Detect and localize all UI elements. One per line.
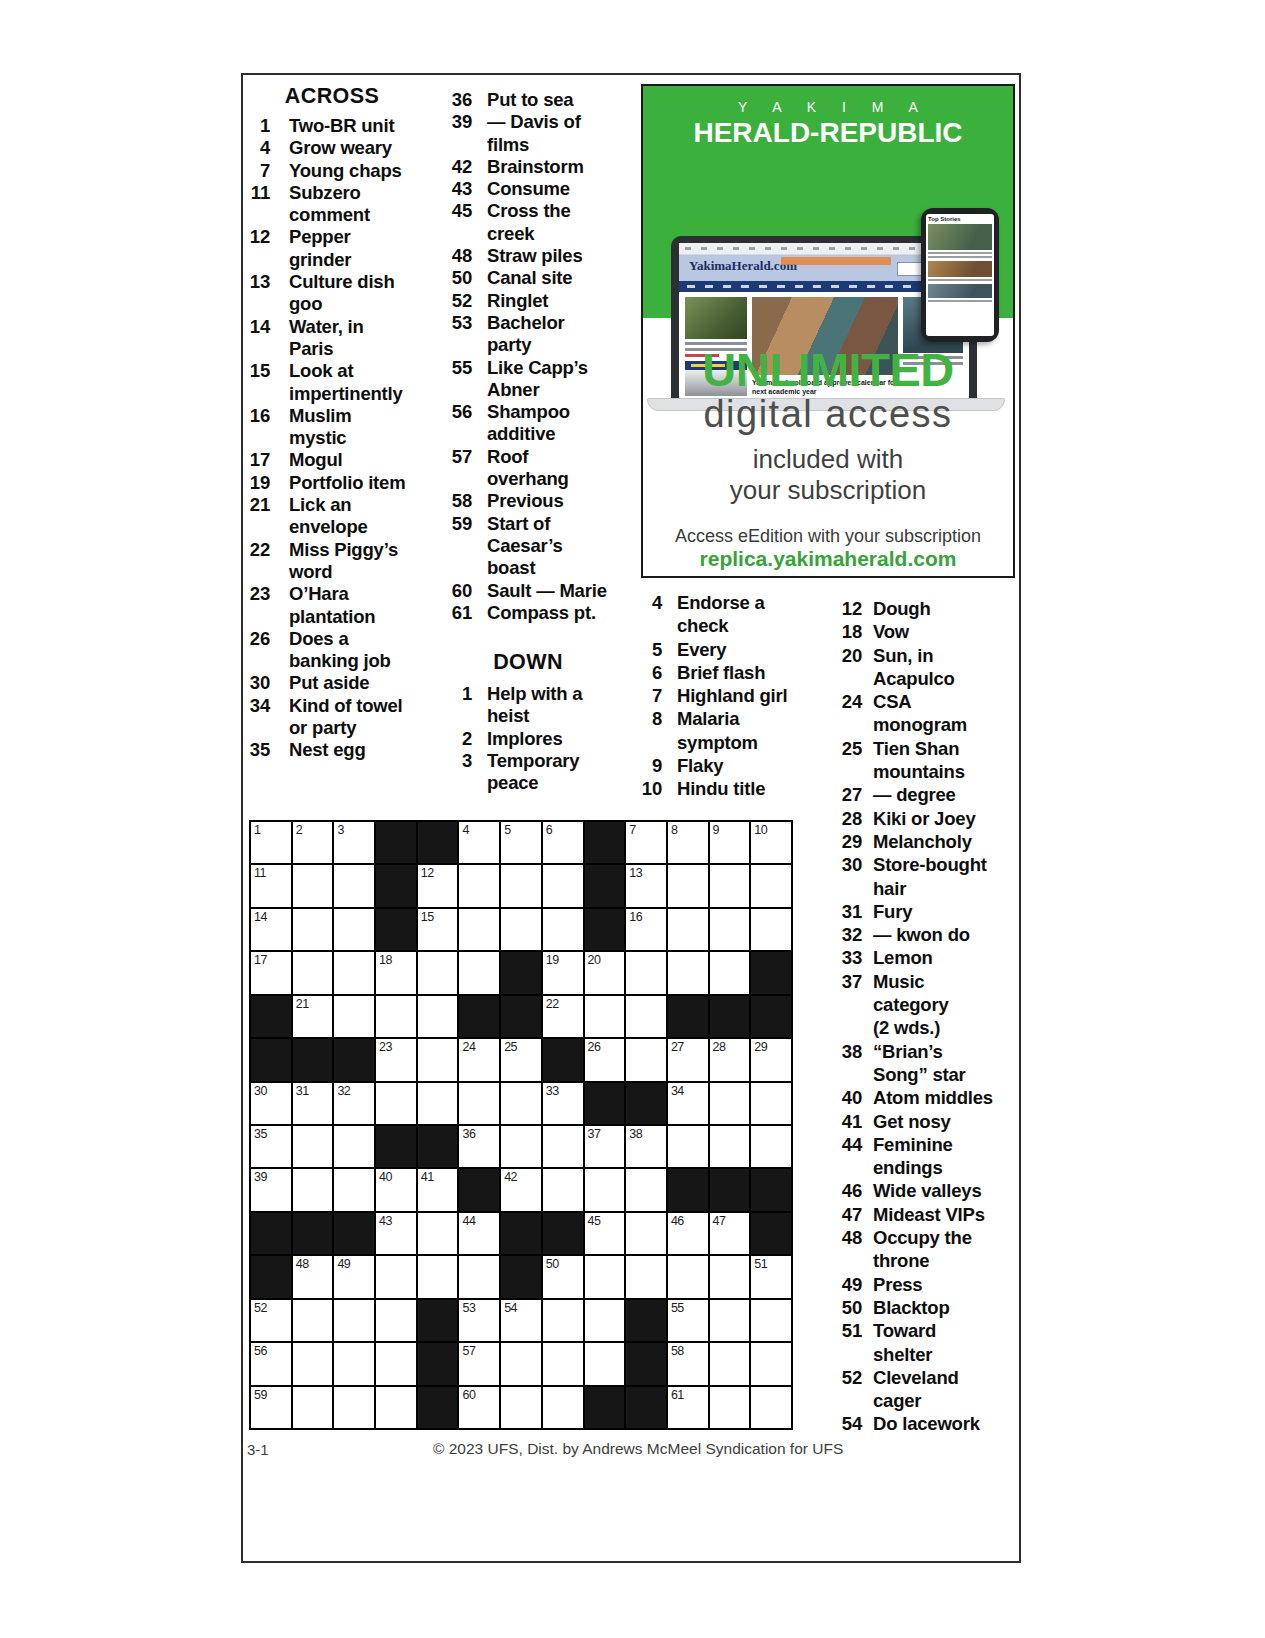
clue-number: 8 [634,707,662,754]
clue-number: 52 [437,290,472,312]
crossword-grid: 1234567891011121314151617181920212223242… [249,820,793,1430]
clue-number: 31 [820,900,862,923]
cell-number: 56 [254,1344,267,1358]
clue-across-39: 39— Davis offilms [437,111,619,156]
cell-r7c5 [418,1083,458,1124]
clue-number: 37 [820,970,862,1040]
clue-number: 34 [244,695,270,740]
down-column-2: 12Dough18Vow20Sun, inAcapulco24CSAmonogr… [820,597,1022,1436]
clue-text: Grow weary [289,137,392,159]
cell-r13c7 [501,1343,541,1384]
clue-down-49: 49Press [820,1273,1022,1296]
cell-r2c10: 13 [626,865,666,906]
cell-r12c9 [585,1300,625,1341]
cell-r5c8: 22 [543,996,583,1037]
cell-r5c6-black [459,996,499,1037]
clue-number: 27 [820,783,862,806]
clue-down-31: 31Fury [820,900,1022,923]
cell-r7c7 [501,1083,541,1124]
cell-number: 21 [296,997,309,1011]
cell-r2c6 [459,865,499,906]
clue-number: 12 [244,226,270,271]
cell-number: 11 [254,866,266,880]
cell-number: 14 [254,910,267,924]
clue-text: Water, inParis [289,316,364,361]
cell-r7c2: 31 [293,1083,333,1124]
cell-r8c4-black [376,1126,416,1167]
cell-number: 61 [671,1388,684,1402]
clue-across-26: 26Does abanking job [244,628,420,673]
clue-text: Shampooadditive [487,401,570,446]
cell-r1c6: 4 [459,822,499,863]
cell-r1c4-black [376,822,416,863]
phone-photo-2 [928,261,992,277]
clue-text: Subzerocomment [289,182,370,227]
clue-number: 42 [437,156,472,178]
cell-r13c1: 56 [251,1343,291,1384]
clue-down-48: 48Occupy thethrone [820,1226,1022,1273]
clue-text: Clevelandcager [873,1366,959,1413]
cell-r9c5: 41 [418,1169,458,1210]
cell-number: 8 [671,823,677,837]
clue-number: 3 [437,750,472,795]
clue-down-54: 54Do lacework [820,1412,1022,1435]
cell-r14c12 [710,1387,750,1428]
clue-across-43: 43Consume [437,178,619,200]
cell-r7c10-black [626,1083,666,1124]
cell-r11c9 [585,1256,625,1297]
cell-r14c2 [293,1387,333,1428]
cell-r12c12 [710,1300,750,1341]
cell-r2c4-black [376,865,416,906]
cell-r9c6-black [459,1169,499,1210]
cell-r10c2-black [293,1213,333,1254]
clue-text: Portfolio item [289,472,405,494]
left-article-photo [685,297,747,339]
clue-text: Melancholy [873,830,972,853]
cell-r7c3: 32 [334,1083,374,1124]
clue-number: 50 [820,1296,862,1319]
clue-across-19: 19Portfolio item [244,472,420,494]
ad-unlimited-headline: UNLIMITED [643,346,1013,393]
clue-down-33: 33Lemon [820,946,1022,969]
cell-r8c10: 38 [626,1126,666,1167]
clue-across-21: 21Lick anenvelope [244,494,420,539]
cell-r3c13 [751,909,791,950]
clue-text: Store-boughthair [873,853,987,900]
clue-text: Young chaps [289,160,402,182]
cell-r14c6: 60 [459,1387,499,1428]
cell-number: 58 [671,1344,684,1358]
cell-r5c11-black [668,996,708,1037]
cell-number: 2 [296,823,302,837]
cell-r11c5 [418,1256,458,1297]
clue-text: Peppergrinder [289,226,351,271]
clue-across-16: 16Muslimmystic [244,405,420,450]
clue-number: 46 [820,1179,862,1202]
cell-number: 27 [671,1040,684,1054]
cell-r6c7: 25 [501,1039,541,1080]
cell-number: 43 [379,1214,392,1228]
clue-across-57: 57Roofoverhang [437,446,619,491]
cell-r9c12-black [710,1169,750,1210]
clue-down-10: 10Hindu title [634,777,812,800]
clue-number: 48 [437,245,472,267]
cell-number: 23 [379,1040,392,1054]
cell-r1c11: 8 [668,822,708,863]
clue-number: 13 [244,271,270,316]
cell-r14c9-black [585,1387,625,1428]
cell-r4c13-black [751,952,791,993]
cell-number: 17 [254,953,267,967]
cell-r8c13 [751,1126,791,1167]
cell-r6c12: 28 [710,1039,750,1080]
cell-r5c1-black [251,996,291,1037]
cell-r13c12 [710,1343,750,1384]
clue-across-48: 48Straw piles [437,245,619,267]
clue-down-18: 18Vow [820,620,1022,643]
cell-r4c3 [334,952,374,993]
cell-r14c13 [751,1387,791,1428]
down-clues-3: 12Dough18Vow20Sun, inAcapulco24CSAmonogr… [820,597,1022,1436]
cell-r11c7-black [501,1256,541,1297]
cell-r14c3 [334,1387,374,1428]
clue-text: Bachelorparty [487,312,565,357]
clue-across-53: 53Bachelorparty [437,312,619,357]
clue-text: Lick anenvelope [289,494,368,539]
cell-r3c7 [501,909,541,950]
clue-across-12: 12Peppergrinder [244,226,420,271]
cell-number: 3 [337,823,343,837]
clue-text: Every [677,638,726,661]
clue-number: 25 [820,737,862,784]
cell-r10c5 [418,1213,458,1254]
clue-text: Sun, inAcapulco [873,644,955,691]
clue-text: CSAmonogram [873,690,967,737]
cell-r6c6: 24 [459,1039,499,1080]
cell-number: 6 [546,823,552,837]
clue-number: 15 [244,360,270,405]
cell-r8c6: 36 [459,1126,499,1167]
cell-number: 53 [462,1301,475,1315]
clue-number: 28 [820,807,862,830]
cell-r3c11 [668,909,708,950]
clue-text: Occupy thethrone [873,1226,972,1273]
clue-number: 60 [437,580,472,602]
clue-number: 35 [244,739,270,761]
ad-digital-access: digital access [643,394,1013,434]
cell-number: 44 [462,1214,475,1228]
cell-number: 5 [504,823,510,837]
clue-down-5: 5Every [634,638,812,661]
cell-r6c3-black [334,1039,374,1080]
clue-text: Feminineendings [873,1133,953,1180]
cell-r11c10 [626,1256,666,1297]
clue-down-50: 50Blacktop [820,1296,1022,1319]
clue-across-14: 14Water, inParis [244,316,420,361]
cell-r8c9: 37 [585,1126,625,1167]
clue-text: Towardshelter [873,1319,936,1366]
clue-number: 50 [437,267,472,289]
clue-number: 4 [244,137,270,159]
cell-r6c11: 27 [668,1039,708,1080]
cell-r10c7-black [501,1213,541,1254]
cell-number: 55 [671,1301,684,1315]
clue-text: Put aside [289,672,369,694]
cell-r10c8-black [543,1213,583,1254]
cell-r9c7: 42 [501,1169,541,1210]
cell-r7c12 [710,1083,750,1124]
clue-number: 49 [820,1273,862,1296]
cell-r10c13-black [751,1213,791,1254]
cell-r7c8: 33 [543,1083,583,1124]
cell-number: 42 [504,1170,517,1184]
clue-number: 12 [820,597,862,620]
cell-r2c3 [334,865,374,906]
cell-r4c6 [459,952,499,993]
clue-down-8: 8Malariasymptom [634,707,812,754]
clue-down-25: 25Tien Shanmountains [820,737,1022,784]
clue-number: 43 [437,178,472,200]
cell-r4c2 [293,952,333,993]
cell-r11c6 [459,1256,499,1297]
cell-r11c12 [710,1256,750,1297]
ad-included-line-1: included with [643,445,1013,473]
cell-number: 25 [504,1040,517,1054]
cell-r13c9 [585,1343,625,1384]
clue-number: 39 [437,111,472,156]
cell-r1c8: 6 [543,822,583,863]
cell-r9c9 [585,1169,625,1210]
cell-r6c13: 29 [751,1039,791,1080]
clue-text: Do lacework [873,1412,980,1435]
clue-number: 48 [820,1226,862,1273]
cell-number: 50 [546,1257,559,1271]
cell-r13c13 [751,1343,791,1384]
clue-text: “Brian’sSong” star [873,1040,966,1087]
clue-across-34: 34Kind of towelor party [244,695,420,740]
clue-text: Kiki or Joey [873,807,975,830]
clue-text: Look atimpertinently [289,360,403,405]
cell-r4c4: 18 [376,952,416,993]
clue-across-11: 11Subzerocomment [244,182,420,227]
cell-number: 40 [379,1170,392,1184]
clue-across-7: 7Young chaps [244,160,420,182]
clue-number: 59 [437,513,472,580]
cell-r4c7-black [501,952,541,993]
cell-number: 52 [254,1301,267,1315]
clue-down-24: 24CSAmonogram [820,690,1022,737]
clue-down-2: 2Implores [437,728,619,750]
phone-photo-3 [928,284,992,298]
cell-r2c5: 12 [418,865,458,906]
clue-number: 5 [634,638,662,661]
clue-text: — kwon do [873,923,970,946]
cell-r9c10 [626,1169,666,1210]
clue-down-29: 29Melancholy [820,830,1022,853]
cell-r5c12-black [710,996,750,1037]
clue-number: 23 [244,583,270,628]
cell-r12c8 [543,1300,583,1341]
clue-text: Press [873,1273,922,1296]
clue-across-42: 42Brainstorm [437,156,619,178]
clue-down-44: 44Feminineendings [820,1133,1022,1180]
clue-text: Straw piles [487,245,582,267]
clue-text: Malariasymptom [677,707,758,754]
cell-number: 57 [462,1344,475,1358]
clue-across-30: 30Put aside [244,672,420,694]
across-header: ACROSS [244,84,420,109]
clue-down-7: 7Highland girl [634,684,812,707]
cell-r8c8 [543,1126,583,1167]
ad-yakima-label: Y A K I M A [643,99,1013,115]
across-clues-2: 36Put to sea39— Davis offilms42Brainstor… [437,89,619,624]
clue-down-46: 46Wide valleys [820,1179,1022,1202]
clue-text: Like Capp’sAbner [487,357,588,402]
cell-r8c5-black [418,1126,458,1167]
cell-r13c10-black [626,1343,666,1384]
cell-r9c3 [334,1169,374,1210]
clue-text: Mogul [289,449,342,471]
cell-number: 59 [254,1388,267,1402]
cell-number: 15 [421,910,434,924]
cell-r11c1-black [251,1256,291,1297]
clue-text: Implores [487,728,563,750]
clue-text: Atom middles [873,1086,993,1109]
across-column-1: ACROSS 1Two-BR unit4Grow weary7Young cha… [244,84,420,762]
clue-text: Kind of towelor party [289,695,403,740]
cell-number: 9 [713,823,719,837]
clue-down-38: 38“Brian’sSong” star [820,1040,1022,1087]
cell-r10c12: 47 [710,1213,750,1254]
cell-number: 24 [462,1040,475,1054]
clue-number: 1 [437,683,472,728]
clue-number: 7 [244,160,270,182]
cell-r13c11: 58 [668,1343,708,1384]
clue-text: Wide valleys [873,1179,982,1202]
down-clues-2: 4Endorse acheck5Every6Brief flash7Highla… [634,591,812,801]
clue-number: 54 [820,1412,862,1435]
clue-number: 2 [437,728,472,750]
clue-text: — Davis offilms [487,111,581,156]
clue-down-52: 52Clevelandcager [820,1366,1022,1413]
cell-r12c11: 55 [668,1300,708,1341]
cell-r5c3 [334,996,374,1037]
clue-number: 52 [820,1366,862,1413]
clue-text: Endorse acheck [677,591,765,638]
clue-text: Does abanking job [289,628,391,673]
clue-down-6: 6Brief flash [634,661,812,684]
copyright-line: © 2023 UFS, Dist. by Andrews McMeel Synd… [433,1440,843,1458]
cell-r11c4 [376,1256,416,1297]
cell-r3c9-black [585,909,625,950]
cell-number: 41 [421,1170,434,1184]
cell-number: 36 [462,1127,475,1141]
cell-r12c6: 53 [459,1300,499,1341]
clue-down-12: 12Dough [820,597,1022,620]
clue-down-41: 41Get nosy [820,1110,1022,1133]
cell-r2c8 [543,865,583,906]
phone-section-label: Top Stories [928,216,992,222]
cell-number: 54 [504,1301,517,1315]
clue-text: Start ofCaesar’sboast [487,513,563,580]
cell-r6c9: 26 [585,1039,625,1080]
clue-text: Help with aheist [487,683,582,728]
cell-number: 47 [713,1214,726,1228]
cell-r5c4 [376,996,416,1037]
clue-down-28: 28Kiki or Joey [820,807,1022,830]
clue-text: Roofoverhang [487,446,569,491]
cell-r8c11 [668,1126,708,1167]
cell-number: 16 [629,910,642,924]
cell-number: 38 [629,1127,642,1141]
cell-r13c4 [376,1343,416,1384]
cell-r4c5 [418,952,458,993]
across-clues-1: 1Two-BR unit4Grow weary7Young chaps11Sub… [244,115,420,762]
cell-number: 45 [588,1214,601,1228]
cell-r4c1: 17 [251,952,291,993]
cell-r8c3 [334,1126,374,1167]
cell-r3c10: 16 [626,909,666,950]
clue-across-59: 59Start ofCaesar’sboast [437,513,619,580]
clue-number: 24 [820,690,862,737]
cell-r9c8 [543,1169,583,1210]
cell-r2c2 [293,865,333,906]
cell-r2c13 [751,865,791,906]
clue-across-22: 22Miss Piggy’sword [244,539,420,584]
cell-r12c4 [376,1300,416,1341]
cell-number: 10 [754,823,767,837]
cell-r14c1: 59 [251,1387,291,1428]
cell-r2c7 [501,865,541,906]
cell-r11c11 [668,1256,708,1297]
cell-number: 60 [462,1388,475,1402]
clue-text: Musiccategory(2 wds.) [873,970,949,1040]
cell-r5c5 [418,996,458,1037]
cell-r14c4 [376,1387,416,1428]
clue-across-1: 1Two-BR unit [244,115,420,137]
cell-r14c8 [543,1387,583,1428]
clue-number: 14 [244,316,270,361]
clue-number: 56 [437,401,472,446]
clue-number: 44 [820,1133,862,1180]
cell-r7c4 [376,1083,416,1124]
cell-number: 12 [421,866,434,880]
cell-number: 4 [462,823,468,837]
clue-down-30: 30Store-boughthair [820,853,1022,900]
clue-number: 4 [634,591,662,638]
clue-text: Previous [487,490,564,512]
cell-r11c13: 51 [751,1256,791,1297]
clue-text: Canal site [487,267,572,289]
cell-r4c8: 19 [543,952,583,993]
cell-r3c12 [710,909,750,950]
puzzle-date-label: 3-1 [247,1441,269,1458]
clue-text: Brief flash [677,661,765,684]
clue-across-35: 35Nest egg [244,739,420,761]
clue-down-40: 40Atom middles [820,1086,1022,1109]
cell-r3c5: 15 [418,909,458,950]
cell-r10c11: 46 [668,1213,708,1254]
cell-r4c12 [710,952,750,993]
ad-eedition-line: Access eEdition with your subscription [643,526,1013,547]
clue-across-15: 15Look atimpertinently [244,360,420,405]
cell-r1c3: 3 [334,822,374,863]
clue-number: 29 [820,830,862,853]
clue-number: 18 [820,620,862,643]
cell-number: 46 [671,1214,684,1228]
clue-text: — degree [873,783,956,806]
